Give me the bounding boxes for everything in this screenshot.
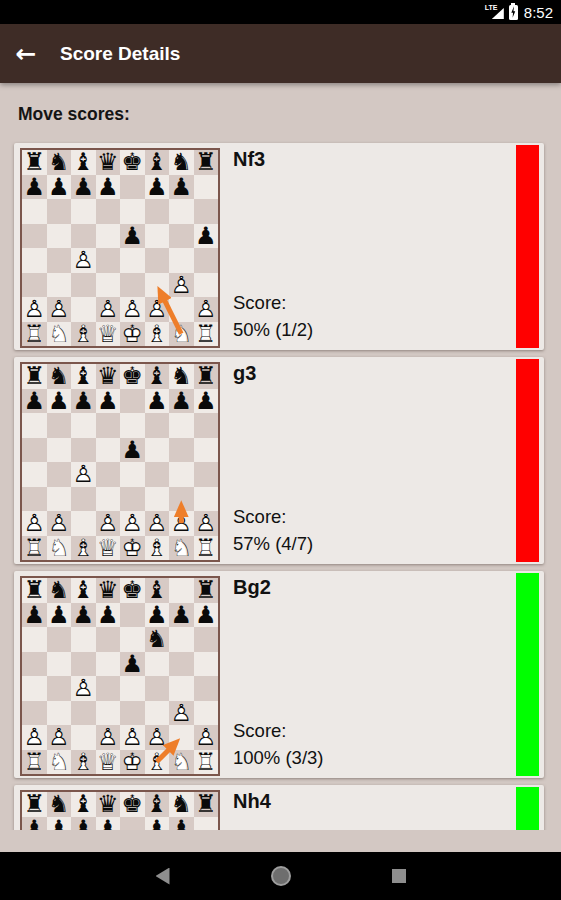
board-square	[145, 462, 170, 487]
board-square	[120, 413, 145, 438]
white-piece: ♕	[96, 322, 121, 347]
black-piece: ♝	[71, 364, 96, 389]
black-piece: ♝	[145, 364, 170, 389]
white-piece: ♙	[169, 511, 194, 536]
board-square: ♟♙	[145, 511, 170, 536]
board-square	[169, 652, 194, 677]
board-square	[47, 438, 72, 463]
board-square	[120, 248, 145, 273]
board-square: ♟	[96, 389, 121, 414]
board-square	[96, 413, 121, 438]
black-piece: ♞	[47, 150, 72, 175]
status-bar: LTE 8:52	[0, 0, 561, 24]
score-value: 50% (1/2)	[233, 319, 313, 340]
white-piece: ♗	[71, 536, 96, 561]
board-square: ♟♙	[47, 725, 72, 750]
move-title: g3	[233, 362, 256, 385]
board-square	[145, 273, 170, 298]
board-square	[169, 224, 194, 249]
board-square: ♜♖	[22, 322, 47, 347]
board-square	[145, 652, 170, 677]
board-square	[194, 175, 219, 200]
board-square	[47, 701, 72, 726]
move-card-bg2[interactable]: ♜♞♝♛♚♝♜♟♟♟♟♟♟♟♞♟♟♙♟♙♟♙♟♙♟♙♟♙♟♙♟♙♜♖♞♘♝♗♛♕…	[14, 571, 544, 778]
board-square	[71, 297, 96, 322]
board-square: ♟	[71, 817, 96, 831]
board-square: ♟♙	[145, 297, 170, 322]
board-square: ♟♙	[47, 297, 72, 322]
black-piece: ♟	[96, 603, 121, 628]
board-square: ♛	[96, 792, 121, 817]
white-piece: ♙	[169, 701, 194, 726]
board-square: ♛♕	[96, 750, 121, 775]
battery-charging-icon	[509, 5, 518, 20]
board-square: ♟	[194, 224, 219, 249]
black-piece: ♟	[71, 817, 96, 831]
board-square	[96, 462, 121, 487]
board-square: ♟	[120, 224, 145, 249]
score-block: Score: 100% (3/3)	[233, 717, 324, 771]
board-square	[120, 676, 145, 701]
white-piece: ♙	[120, 725, 145, 750]
board-square: ♟♙	[120, 297, 145, 322]
black-piece: ♟	[145, 603, 170, 628]
board-square	[47, 273, 72, 298]
board-square: ♞♘	[47, 750, 72, 775]
board-square	[120, 462, 145, 487]
white-piece: ♖	[194, 322, 219, 347]
white-piece: ♙	[71, 248, 96, 273]
board-square: ♟♙	[120, 511, 145, 536]
board-square	[22, 273, 47, 298]
nav-back-triangle-icon	[156, 868, 170, 885]
score-label: Score:	[233, 720, 286, 741]
white-piece: ♘	[169, 322, 194, 347]
black-piece: ♟	[169, 817, 194, 831]
board-square: ♛	[96, 364, 121, 389]
black-piece: ♞	[47, 792, 72, 817]
board-square: ♟	[145, 817, 170, 831]
board-square	[96, 248, 121, 273]
white-piece: ♕	[96, 750, 121, 775]
black-piece: ♟	[96, 175, 121, 200]
black-piece: ♟	[71, 175, 96, 200]
white-piece: ♙	[96, 297, 121, 322]
board-square: ♜	[22, 578, 47, 603]
board-square: ♜♖	[22, 750, 47, 775]
move-scores-heading: Move scores:	[18, 104, 561, 125]
white-piece: ♔	[120, 322, 145, 347]
board-square	[47, 248, 72, 273]
board-square: ♝	[145, 150, 170, 175]
board-square	[194, 199, 219, 224]
black-piece: ♟	[22, 175, 47, 200]
board-square	[22, 627, 47, 652]
board-square: ♛	[96, 578, 121, 603]
board-square: ♟	[169, 175, 194, 200]
board-square: ♟	[47, 817, 72, 831]
board-square: ♝	[145, 364, 170, 389]
black-piece: ♚	[120, 150, 145, 175]
board-square	[71, 511, 96, 536]
board-square	[96, 676, 121, 701]
board-square: ♞	[47, 792, 72, 817]
board-square: ♜	[194, 792, 219, 817]
board-square: ♛♕	[96, 536, 121, 561]
nav-home-circle-icon	[271, 866, 291, 886]
board-square	[22, 462, 47, 487]
chess-board: ♜♞♝♛♚♝♞♜♟♟♟♟♟♟	[20, 790, 220, 830]
board-square: ♞	[47, 150, 72, 175]
board-square: ♞	[169, 792, 194, 817]
board-square: ♟	[96, 175, 121, 200]
board-square	[145, 224, 170, 249]
board-square: ♚♔	[120, 536, 145, 561]
back-button[interactable]: ←	[0, 24, 52, 83]
board-square	[169, 676, 194, 701]
board-square: ♚	[120, 364, 145, 389]
board-square	[120, 487, 145, 512]
board-square: ♟♙	[22, 511, 47, 536]
board-square	[71, 701, 96, 726]
nav-home-button[interactable]	[261, 856, 301, 896]
black-piece: ♟	[120, 224, 145, 249]
board-square	[169, 462, 194, 487]
chess-board: ♜♞♝♛♚♝♞♜♟♟♟♟♟♟♟♟♟♙♟♙♟♙♟♙♟♙♟♙♟♙♟♙♜♖♞♘♝♗♛♕…	[20, 362, 220, 562]
board-square	[145, 438, 170, 463]
black-piece: ♞	[145, 627, 170, 652]
board-square: ♝	[71, 364, 96, 389]
board-square: ♝♗	[145, 322, 170, 347]
white-piece: ♙	[96, 725, 121, 750]
score-label: Score:	[233, 292, 286, 313]
black-piece: ♟	[47, 603, 72, 628]
board-square	[120, 701, 145, 726]
board-square	[120, 603, 145, 628]
black-piece: ♜	[22, 578, 47, 603]
board-square	[96, 273, 121, 298]
white-piece: ♗	[145, 322, 170, 347]
black-piece: ♜	[22, 792, 47, 817]
board-square: ♟♙	[96, 725, 121, 750]
board-square	[47, 676, 72, 701]
black-piece: ♟	[47, 175, 72, 200]
board-square: ♝	[145, 792, 170, 817]
white-piece: ♙	[47, 725, 72, 750]
black-piece: ♛	[96, 578, 121, 603]
android-nav-bar	[0, 852, 561, 900]
board-square: ♜♖	[194, 322, 219, 347]
black-piece: ♟	[71, 389, 96, 414]
white-piece: ♙	[22, 297, 47, 322]
board-square	[169, 578, 194, 603]
board-square	[120, 817, 145, 831]
black-piece: ♝	[145, 150, 170, 175]
black-piece: ♞	[47, 364, 72, 389]
board-square: ♟	[120, 652, 145, 677]
board-square	[71, 224, 96, 249]
chess-board: ♜♞♝♛♚♝♞♜♟♟♟♟♟♟♟♟♟♙♟♙♟♙♟♙♟♙♟♙♟♙♟♙♜♖♞♘♝♗♛♕…	[20, 148, 220, 348]
board-square: ♟	[71, 603, 96, 628]
board-square: ♟♙	[120, 725, 145, 750]
board-square	[22, 438, 47, 463]
move-card-nf3[interactable]: ♜♞♝♛♚♝♞♜♟♟♟♟♟♟♟♟♟♙♟♙♟♙♟♙♟♙♟♙♟♙♟♙♜♖♞♘♝♗♛♕…	[14, 143, 544, 350]
board-square	[145, 676, 170, 701]
black-piece: ♜	[194, 364, 219, 389]
black-piece: ♛	[96, 150, 121, 175]
board-square	[71, 413, 96, 438]
white-piece: ♙	[145, 297, 170, 322]
board-square	[22, 652, 47, 677]
white-piece: ♙	[47, 511, 72, 536]
board-square: ♝♗	[145, 536, 170, 561]
board-square: ♝	[145, 578, 170, 603]
board-square	[71, 725, 96, 750]
board-square: ♟	[145, 389, 170, 414]
app-bar: ← Score Details	[0, 24, 561, 83]
board-square: ♚♔	[120, 750, 145, 775]
black-piece: ♟	[96, 389, 121, 414]
white-piece: ♗	[71, 750, 96, 775]
board-square: ♞♘	[169, 750, 194, 775]
board-square: ♟♙	[169, 511, 194, 536]
black-piece: ♜	[194, 792, 219, 817]
board-square	[169, 413, 194, 438]
board-square: ♟	[96, 817, 121, 831]
board-square	[96, 701, 121, 726]
black-piece: ♟	[22, 389, 47, 414]
black-piece: ♜	[194, 578, 219, 603]
black-piece: ♛	[96, 792, 121, 817]
board-square: ♟♙	[96, 511, 121, 536]
board-square: ♝♗	[71, 750, 96, 775]
board-square: ♟	[145, 175, 170, 200]
white-piece: ♘	[169, 536, 194, 561]
board-square: ♞	[47, 578, 72, 603]
board-square: ♜	[194, 364, 219, 389]
board-square: ♟♙	[71, 248, 96, 273]
board-square: ♟	[71, 175, 96, 200]
board-square	[145, 248, 170, 273]
board-square: ♟♙	[169, 701, 194, 726]
board-square: ♝♗	[145, 750, 170, 775]
move-title: Nh4	[233, 790, 271, 813]
black-piece: ♟	[145, 817, 170, 831]
board-square: ♟	[22, 603, 47, 628]
board-square	[120, 627, 145, 652]
white-piece: ♖	[22, 322, 47, 347]
white-piece: ♖	[194, 536, 219, 561]
move-card-nh4[interactable]: ♜♞♝♛♚♝♞♜♟♟♟♟♟♟ Nh4	[14, 785, 544, 830]
board-square: ♟	[194, 603, 219, 628]
board-square: ♜	[22, 150, 47, 175]
board-square	[71, 627, 96, 652]
black-piece: ♞	[169, 150, 194, 175]
black-piece: ♟	[120, 438, 145, 463]
board-square: ♟♙	[169, 273, 194, 298]
board-square: ♞♘	[169, 536, 194, 561]
board-square: ♞	[47, 364, 72, 389]
board-square	[145, 413, 170, 438]
board-square: ♚	[120, 578, 145, 603]
board-square: ♜	[194, 150, 219, 175]
board-square: ♜♖	[194, 750, 219, 775]
board-square: ♟	[22, 817, 47, 831]
board-square	[194, 462, 219, 487]
board-square: ♟	[169, 817, 194, 831]
board-square	[47, 199, 72, 224]
move-card-g3[interactable]: ♜♞♝♛♚♝♞♜♟♟♟♟♟♟♟♟♟♙♟♙♟♙♟♙♟♙♟♙♟♙♟♙♜♖♞♘♝♗♛♕…	[14, 357, 544, 564]
black-piece: ♞	[169, 792, 194, 817]
black-piece: ♚	[120, 578, 145, 603]
board-square	[71, 652, 96, 677]
board-square	[71, 438, 96, 463]
board-square	[145, 701, 170, 726]
score-block: Score: 50% (1/2)	[233, 289, 313, 343]
white-piece: ♙	[194, 511, 219, 536]
board-square	[194, 413, 219, 438]
black-piece: ♟	[169, 603, 194, 628]
board-square: ♟♙	[71, 462, 96, 487]
score-bar	[516, 359, 539, 562]
board-square	[120, 175, 145, 200]
move-score-list[interactable]: Move scores: ♜♞♝♛♚♝♞♜♟♟♟♟♟♟♟♟♟♙♟♙♟♙♟♙♟♙♟…	[0, 83, 561, 830]
board-square	[47, 224, 72, 249]
black-piece: ♟	[194, 389, 219, 414]
board-square: ♜♖	[194, 536, 219, 561]
board-square	[47, 652, 72, 677]
board-square: ♝♗	[71, 536, 96, 561]
board-square	[96, 224, 121, 249]
white-piece: ♙	[22, 511, 47, 536]
white-piece: ♙	[145, 725, 170, 750]
board-square	[169, 438, 194, 463]
board-square	[71, 487, 96, 512]
board-square	[169, 199, 194, 224]
black-piece: ♞	[169, 364, 194, 389]
white-piece: ♘	[47, 536, 72, 561]
board-square	[194, 273, 219, 298]
board-square	[96, 652, 121, 677]
board-square: ♟♙	[145, 725, 170, 750]
black-piece: ♝	[71, 150, 96, 175]
white-piece: ♗	[145, 750, 170, 775]
board-square	[120, 389, 145, 414]
score-bar	[516, 145, 539, 348]
charging-bolt-icon	[510, 6, 517, 19]
board-square: ♟♙	[71, 676, 96, 701]
board-square: ♞	[169, 150, 194, 175]
board-square	[96, 487, 121, 512]
board-square	[96, 627, 121, 652]
board-square	[194, 627, 219, 652]
board-square: ♚	[120, 150, 145, 175]
board-square: ♞♘	[47, 536, 72, 561]
board-square: ♟	[22, 175, 47, 200]
score-bar	[516, 573, 539, 776]
board-square: ♟	[194, 389, 219, 414]
board-square	[120, 273, 145, 298]
nav-back-button[interactable]	[143, 856, 183, 896]
black-piece: ♝	[145, 578, 170, 603]
board-square: ♝	[71, 150, 96, 175]
white-piece: ♗	[71, 322, 96, 347]
black-piece: ♚	[120, 364, 145, 389]
page-title: Score Details	[60, 43, 180, 65]
black-piece: ♟	[194, 603, 219, 628]
score-bar	[516, 787, 539, 830]
board-square	[194, 438, 219, 463]
board-square: ♜	[22, 364, 47, 389]
board-square	[47, 413, 72, 438]
board-square: ♝♗	[71, 322, 96, 347]
board-square	[47, 627, 72, 652]
board-square: ♞♘	[169, 322, 194, 347]
board-square: ♟♙	[194, 511, 219, 536]
black-piece: ♟	[47, 389, 72, 414]
black-piece: ♟	[71, 603, 96, 628]
board-square: ♟♙	[47, 511, 72, 536]
board-square: ♟♙	[194, 725, 219, 750]
black-piece: ♟	[120, 652, 145, 677]
black-piece: ♝	[71, 792, 96, 817]
black-piece: ♟	[47, 817, 72, 831]
black-piece: ♟	[169, 175, 194, 200]
board-square: ♟	[120, 438, 145, 463]
white-piece: ♔	[120, 536, 145, 561]
white-piece: ♙	[194, 725, 219, 750]
black-piece: ♚	[120, 792, 145, 817]
board-square	[145, 487, 170, 512]
board-square: ♟	[169, 603, 194, 628]
board-square: ♟	[22, 389, 47, 414]
board-square: ♟	[145, 603, 170, 628]
board-square: ♟	[71, 389, 96, 414]
board-square	[96, 438, 121, 463]
score-value: 100% (3/3)	[233, 747, 324, 768]
board-square	[169, 725, 194, 750]
white-piece: ♗	[145, 536, 170, 561]
board-square	[22, 701, 47, 726]
white-piece: ♙	[47, 297, 72, 322]
black-piece: ♟	[194, 224, 219, 249]
board-square: ♟	[96, 603, 121, 628]
screen: LTE 8:52 ← Score Details Move scores: ♜♞…	[0, 0, 561, 900]
white-piece: ♙	[71, 462, 96, 487]
black-piece: ♟	[145, 389, 170, 414]
board-square: ♝	[71, 578, 96, 603]
board-square: ♝	[71, 792, 96, 817]
board-square	[47, 462, 72, 487]
board-square	[22, 224, 47, 249]
black-piece: ♟	[96, 817, 121, 831]
white-piece: ♙	[169, 273, 194, 298]
board-square: ♜♖	[22, 536, 47, 561]
board-square	[71, 199, 96, 224]
board-square: ♟♙	[22, 297, 47, 322]
board-square	[22, 487, 47, 512]
white-piece: ♔	[120, 750, 145, 775]
board-square	[194, 701, 219, 726]
white-piece: ♙	[71, 676, 96, 701]
nav-recents-square-icon	[392, 869, 406, 883]
board-square: ♟	[47, 603, 72, 628]
board-square: ♛♕	[96, 322, 121, 347]
board-square	[194, 676, 219, 701]
nav-recents-button[interactable]	[379, 856, 419, 896]
white-piece: ♕	[96, 536, 121, 561]
white-piece: ♙	[120, 511, 145, 536]
